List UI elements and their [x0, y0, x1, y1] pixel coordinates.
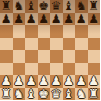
square-c4[interactable]: [25, 50, 38, 63]
square-b2[interactable]: ♟: [13, 75, 26, 88]
square-c6[interactable]: [25, 25, 38, 38]
black-knight-piece[interactable]: ♞: [76, 0, 87, 12]
square-e4[interactable]: [50, 50, 63, 63]
square-e6[interactable]: [50, 25, 63, 38]
square-b7[interactable]: ♟: [13, 13, 26, 26]
square-h6[interactable]: [88, 25, 101, 38]
square-e5[interactable]: [50, 38, 63, 51]
square-e7[interactable]: ♟: [50, 13, 63, 26]
black-pawn-piece[interactable]: ♟: [26, 13, 37, 25]
white-pawn-piece[interactable]: ♟: [13, 75, 24, 87]
square-f3[interactable]: [63, 63, 76, 76]
black-rook-piece[interactable]: ♜: [1, 0, 12, 12]
square-b8[interactable]: ♞: [13, 0, 26, 13]
square-g3[interactable]: [75, 63, 88, 76]
white-rook-piece[interactable]: ♜: [1, 88, 12, 100]
square-d5[interactable]: [38, 38, 51, 51]
black-pawn-piece[interactable]: ♟: [1, 13, 12, 25]
white-knight-piece[interactable]: ♞: [13, 88, 24, 100]
square-c5[interactable]: [25, 38, 38, 51]
square-c2[interactable]: ♟: [25, 75, 38, 88]
square-c3[interactable]: [25, 63, 38, 76]
square-e1[interactable]: ♛: [50, 88, 63, 101]
square-g1[interactable]: ♞: [75, 88, 88, 101]
square-d4[interactable]: [38, 50, 51, 63]
black-rook-piece[interactable]: ♜: [88, 0, 99, 12]
black-pawn-piece[interactable]: ♟: [63, 13, 74, 25]
square-h1[interactable]: ♜: [88, 88, 101, 101]
black-king-piece[interactable]: ♚: [38, 0, 49, 12]
square-h3[interactable]: [88, 63, 101, 76]
square-h4[interactable]: [88, 50, 101, 63]
white-pawn-piece[interactable]: ♟: [38, 75, 49, 87]
white-knight-piece[interactable]: ♞: [76, 88, 87, 100]
black-queen-piece[interactable]: ♛: [51, 0, 62, 12]
black-pawn-piece[interactable]: ♟: [13, 13, 24, 25]
white-pawn-piece[interactable]: ♟: [76, 75, 87, 87]
white-bishop-piece[interactable]: ♝: [63, 88, 74, 100]
square-c8[interactable]: ♝: [25, 0, 38, 13]
square-h2[interactable]: ♟: [88, 75, 101, 88]
square-a5[interactable]: [0, 38, 13, 51]
square-d6[interactable]: [38, 25, 51, 38]
black-pawn-piece[interactable]: ♟: [88, 13, 99, 25]
square-h7[interactable]: ♟: [88, 13, 101, 26]
square-f8[interactable]: ♝: [63, 0, 76, 13]
black-pawn-piece[interactable]: ♟: [38, 13, 49, 25]
square-c7[interactable]: ♟: [25, 13, 38, 26]
square-d8[interactable]: ♚: [38, 0, 51, 13]
square-a6[interactable]: [0, 25, 13, 38]
square-a1[interactable]: ♜: [0, 88, 13, 101]
square-e3[interactable]: [50, 63, 63, 76]
square-e2[interactable]: ♟: [50, 75, 63, 88]
white-rook-piece[interactable]: ♜: [88, 88, 99, 100]
square-d1[interactable]: ♚: [38, 88, 51, 101]
white-pawn-piece[interactable]: ♟: [88, 75, 99, 87]
square-d2[interactable]: ♟: [38, 75, 51, 88]
white-bishop-piece[interactable]: ♝: [26, 88, 37, 100]
square-b6[interactable]: [13, 25, 26, 38]
square-f1[interactable]: ♝: [63, 88, 76, 101]
square-g7[interactable]: ♟: [75, 13, 88, 26]
square-a3[interactable]: [0, 63, 13, 76]
square-g5[interactable]: [75, 38, 88, 51]
square-h8[interactable]: ♜: [88, 0, 101, 13]
square-d7[interactable]: ♟: [38, 13, 51, 26]
square-a7[interactable]: ♟: [0, 13, 13, 26]
square-d3[interactable]: [38, 63, 51, 76]
black-bishop-piece[interactable]: ♝: [63, 0, 74, 12]
black-knight-piece[interactable]: ♞: [13, 0, 24, 12]
square-a2[interactable]: ♟: [0, 75, 13, 88]
black-pawn-piece[interactable]: ♟: [76, 13, 87, 25]
square-b4[interactable]: [13, 50, 26, 63]
square-c1[interactable]: ♝: [25, 88, 38, 101]
square-b3[interactable]: [13, 63, 26, 76]
white-pawn-piece[interactable]: ♟: [1, 75, 12, 87]
white-pawn-piece[interactable]: ♟: [26, 75, 37, 87]
square-g8[interactable]: ♞: [75, 0, 88, 13]
white-pawn-piece[interactable]: ♟: [63, 75, 74, 87]
black-bishop-piece[interactable]: ♝: [26, 0, 37, 12]
black-pawn-piece[interactable]: ♟: [51, 13, 62, 25]
square-e8[interactable]: ♛: [50, 0, 63, 13]
square-f6[interactable]: [63, 25, 76, 38]
chess-board: ♜♞♝♚♛♝♞♜♟♟♟♟♟♟♟♟♟♟♟♟♟♟♟♟♜♞♝♚♛♝♞♜: [0, 0, 100, 100]
square-g2[interactable]: ♟: [75, 75, 88, 88]
square-b5[interactable]: [13, 38, 26, 51]
square-f5[interactable]: [63, 38, 76, 51]
square-g4[interactable]: [75, 50, 88, 63]
square-f2[interactable]: ♟: [63, 75, 76, 88]
square-f4[interactable]: [63, 50, 76, 63]
white-king-piece[interactable]: ♚: [38, 88, 49, 100]
white-pawn-piece[interactable]: ♟: [51, 75, 62, 87]
square-h5[interactable]: [88, 38, 101, 51]
white-queen-piece[interactable]: ♛: [51, 88, 62, 100]
square-f7[interactable]: ♟: [63, 13, 76, 26]
square-g6[interactable]: [75, 25, 88, 38]
chess-board-wrapper: ♜♞♝♚♛♝♞♜♟♟♟♟♟♟♟♟♟♟♟♟♟♟♟♟♜♞♝♚♛♝♞♜: [0, 0, 100, 100]
square-a4[interactable]: [0, 50, 13, 63]
square-a8[interactable]: ♜: [0, 0, 13, 13]
square-b1[interactable]: ♞: [13, 88, 26, 101]
